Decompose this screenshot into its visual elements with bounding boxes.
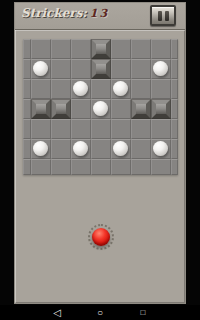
board-tile: [171, 119, 178, 139]
board-tile: [23, 159, 31, 175]
board-tile: [91, 139, 111, 159]
board-tile: [51, 159, 71, 175]
block-obstacle: [91, 59, 111, 79]
block-obstacle: [91, 39, 111, 59]
board-tile: [131, 79, 151, 99]
board-tile: [71, 119, 91, 139]
board-tile: [111, 159, 131, 175]
board-tile: [171, 139, 178, 159]
board-tile: [51, 39, 71, 59]
board-tile: [91, 119, 111, 139]
white-ball: [153, 141, 168, 156]
game-app: Strickers:13: [14, 2, 186, 304]
board-tile: [131, 59, 151, 79]
pause-icon: [165, 11, 169, 21]
board-tile: [51, 79, 71, 99]
home-icon[interactable]: ○: [93, 305, 107, 320]
striker-ball[interactable]: [92, 228, 110, 246]
white-ball: [73, 81, 88, 96]
white-ball: [113, 81, 128, 96]
board-tile: [71, 39, 91, 59]
board-tile: [31, 79, 51, 99]
strikers-label: Strickers:: [21, 6, 87, 20]
device-screen: Strickers:13 ◁ ○ □: [0, 0, 200, 320]
white-ball: [93, 101, 108, 116]
recents-icon[interactable]: □: [136, 305, 150, 320]
block-obstacle: [51, 99, 71, 119]
back-icon[interactable]: ◁: [50, 305, 64, 320]
board-tile: [23, 39, 31, 59]
board-tile: [171, 159, 178, 175]
board-tile: [71, 59, 91, 79]
white-ball: [33, 61, 48, 76]
white-ball: [153, 61, 168, 76]
pause-button[interactable]: [150, 5, 176, 26]
android-navbar: ◁ ○ □: [0, 305, 200, 320]
board-tile: [91, 79, 111, 99]
board-tile: [151, 79, 171, 99]
board-tile: [23, 119, 31, 139]
board-tile: [151, 119, 171, 139]
board-tile: [51, 59, 71, 79]
board-tile: [111, 99, 131, 119]
board-tile: [151, 159, 171, 175]
pause-icon: [158, 11, 162, 21]
board-tile: [23, 59, 31, 79]
block-obstacle: [31, 99, 51, 119]
board-tile: [171, 99, 178, 119]
board-tile: [131, 39, 151, 59]
board-tile: [171, 39, 178, 59]
board-tile: [171, 59, 178, 79]
board-tile: [51, 139, 71, 159]
board-tile: [51, 119, 71, 139]
board-tile: [71, 99, 91, 119]
strikers-counter: Strickers:13: [21, 6, 109, 20]
board-tile: [23, 99, 31, 119]
board-tile: [151, 39, 171, 59]
white-ball: [73, 141, 88, 156]
board-tile: [31, 159, 51, 175]
board-tile: [23, 139, 31, 159]
board-tile: [111, 119, 131, 139]
block-obstacle: [151, 99, 171, 119]
board-tile: [171, 79, 178, 99]
board-tile: [31, 119, 51, 139]
board-tile: [23, 79, 31, 99]
header-bar: Strickers:13: [15, 3, 185, 30]
board-tile: [111, 39, 131, 59]
board-tile: [131, 159, 151, 175]
game-board: [23, 39, 178, 175]
white-ball: [33, 141, 48, 156]
board-tile: [91, 159, 111, 175]
white-ball: [113, 141, 128, 156]
board-tile: [131, 139, 151, 159]
block-obstacle: [131, 99, 151, 119]
strikers-count-value: 13: [90, 7, 109, 20]
board-tile: [31, 39, 51, 59]
board-tile: [111, 59, 131, 79]
board-tile: [131, 119, 151, 139]
board-tile: [71, 159, 91, 175]
